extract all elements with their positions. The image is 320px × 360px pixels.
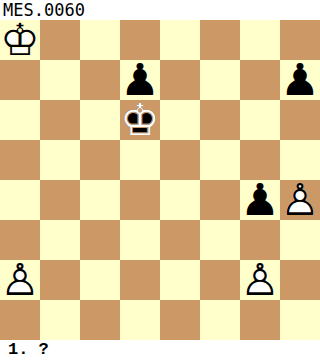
square-e4[interactable]: [160, 180, 200, 220]
diagram-header: MES.0060: [0, 0, 320, 20]
square-d6[interactable]: ♚♔: [120, 100, 160, 140]
square-a1[interactable]: [0, 300, 40, 340]
square-f6[interactable]: [200, 100, 240, 140]
white-king-outline: ♔: [0, 20, 40, 60]
square-h1[interactable]: [280, 300, 320, 340]
square-d4[interactable]: [120, 180, 160, 220]
square-g7[interactable]: [240, 60, 280, 100]
square-c5[interactable]: [80, 140, 120, 180]
square-g8[interactable]: [240, 20, 280, 60]
square-f8[interactable]: [200, 20, 240, 60]
square-c4[interactable]: [80, 180, 120, 220]
white-pawn-outline: ♙: [0, 260, 40, 300]
square-a7[interactable]: [0, 60, 40, 100]
black-pawn-fill: ♟: [240, 180, 280, 220]
square-e3[interactable]: [160, 220, 200, 260]
square-e7[interactable]: [160, 60, 200, 100]
square-f4[interactable]: [200, 180, 240, 220]
black-pawn-fill: ♟: [280, 60, 320, 100]
square-e6[interactable]: [160, 100, 200, 140]
square-a4[interactable]: [0, 180, 40, 220]
square-b7[interactable]: [40, 60, 80, 100]
square-d1[interactable]: [120, 300, 160, 340]
diagram-footer: 1. ?: [0, 340, 320, 360]
square-c7[interactable]: [80, 60, 120, 100]
square-e8[interactable]: [160, 20, 200, 60]
square-f5[interactable]: [200, 140, 240, 180]
square-e1[interactable]: [160, 300, 200, 340]
black-king-outline: ♔: [120, 100, 160, 140]
square-b3[interactable]: [40, 220, 80, 260]
square-b1[interactable]: [40, 300, 80, 340]
square-c3[interactable]: [80, 220, 120, 260]
square-a2[interactable]: ♟♙: [0, 260, 40, 300]
square-a5[interactable]: [0, 140, 40, 180]
black-pawn: ♟: [280, 60, 320, 100]
white-pawn: ♟♙: [240, 260, 280, 300]
square-c8[interactable]: [80, 20, 120, 60]
chess-board: ♚♔♟♟♚♔♟♟♙♟♙♟♙: [0, 20, 320, 340]
chess-diagram-window: MES.0060 ♚♔♟♟♚♔♟♟♙♟♙♟♙ 1. ?: [0, 0, 320, 360]
square-f2[interactable]: [200, 260, 240, 300]
square-f3[interactable]: [200, 220, 240, 260]
square-b2[interactable]: [40, 260, 80, 300]
square-d5[interactable]: [120, 140, 160, 180]
square-g4[interactable]: ♟: [240, 180, 280, 220]
white-pawn-outline: ♙: [280, 180, 320, 220]
white-pawn: ♟♙: [280, 180, 320, 220]
square-a8[interactable]: ♚♔: [0, 20, 40, 60]
square-b5[interactable]: [40, 140, 80, 180]
square-c2[interactable]: [80, 260, 120, 300]
square-c6[interactable]: [80, 100, 120, 140]
square-f7[interactable]: [200, 60, 240, 100]
square-g6[interactable]: [240, 100, 280, 140]
square-e5[interactable]: [160, 140, 200, 180]
square-h7[interactable]: ♟: [280, 60, 320, 100]
square-d3[interactable]: [120, 220, 160, 260]
square-h6[interactable]: [280, 100, 320, 140]
square-c1[interactable]: [80, 300, 120, 340]
square-f1[interactable]: [200, 300, 240, 340]
square-a6[interactable]: [0, 100, 40, 140]
black-king: ♚♔: [120, 100, 160, 140]
white-pawn: ♟♙: [0, 260, 40, 300]
square-b6[interactable]: [40, 100, 80, 140]
square-d2[interactable]: [120, 260, 160, 300]
square-g1[interactable]: [240, 300, 280, 340]
square-e2[interactable]: [160, 260, 200, 300]
square-b4[interactable]: [40, 180, 80, 220]
square-b8[interactable]: [40, 20, 80, 60]
square-h3[interactable]: [280, 220, 320, 260]
white-king: ♚♔: [0, 20, 40, 60]
black-pawn: ♟: [240, 180, 280, 220]
square-h4[interactable]: ♟♙: [280, 180, 320, 220]
move-prompt-label: 1. ?: [8, 340, 49, 360]
square-g2[interactable]: ♟♙: [240, 260, 280, 300]
white-pawn-outline: ♙: [240, 260, 280, 300]
square-h2[interactable]: [280, 260, 320, 300]
